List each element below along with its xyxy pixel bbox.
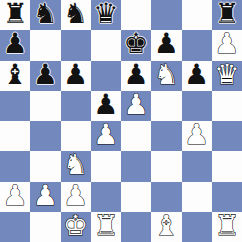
piece-black-knight[interactable]: ♞ <box>63 0 88 29</box>
square-h5[interactable] <box>212 91 242 121</box>
square-b4[interactable] <box>30 121 60 151</box>
square-f5[interactable] <box>151 91 181 121</box>
square-g1[interactable] <box>182 212 212 242</box>
piece-white-pawn[interactable]: ♟ <box>3 182 28 211</box>
square-b6[interactable]: ♟ <box>30 61 60 91</box>
square-b7[interactable] <box>30 30 60 60</box>
square-a1[interactable] <box>0 212 30 242</box>
piece-white-knight[interactable]: ♞ <box>63 151 88 180</box>
square-b1[interactable] <box>30 212 60 242</box>
square-h2[interactable] <box>212 182 242 212</box>
piece-black-king[interactable]: ♚ <box>124 30 149 59</box>
square-d2[interactable] <box>91 182 121 212</box>
square-e2[interactable] <box>121 182 151 212</box>
piece-black-knight[interactable]: ♞ <box>33 0 58 29</box>
square-e4[interactable] <box>121 121 151 151</box>
square-f1[interactable]: ♝ <box>151 212 181 242</box>
square-h7[interactable]: ♟ <box>212 30 242 60</box>
square-d3[interactable] <box>91 151 121 181</box>
square-c4[interactable] <box>61 121 91 151</box>
square-c5[interactable] <box>61 91 91 121</box>
square-g8[interactable] <box>182 0 212 30</box>
square-g3[interactable] <box>182 151 212 181</box>
piece-black-rook[interactable]: ♜ <box>3 0 28 29</box>
piece-black-pawn[interactable]: ♟ <box>154 30 179 59</box>
square-c8[interactable]: ♞ <box>61 0 91 30</box>
piece-white-queen[interactable]: ♛ <box>214 61 239 90</box>
square-f6[interactable]: ♞ <box>151 61 181 91</box>
piece-black-pawn[interactable]: ♟ <box>184 61 209 90</box>
square-g6[interactable]: ♟ <box>182 61 212 91</box>
piece-white-bishop[interactable]: ♝ <box>154 212 179 241</box>
square-a6[interactable]: ♝ <box>0 61 30 91</box>
square-g2[interactable] <box>182 182 212 212</box>
square-d8[interactable]: ♛ <box>91 0 121 30</box>
square-g4[interactable]: ♟ <box>182 121 212 151</box>
square-d7[interactable] <box>91 30 121 60</box>
piece-black-pawn[interactable]: ♟ <box>124 61 149 90</box>
piece-black-pawn[interactable]: ♟ <box>93 91 118 120</box>
square-f2[interactable] <box>151 182 181 212</box>
piece-white-knight[interactable]: ♞ <box>154 61 179 90</box>
square-d5[interactable]: ♟ <box>91 91 121 121</box>
square-e3[interactable] <box>121 151 151 181</box>
piece-white-king[interactable]: ♚ <box>63 212 88 241</box>
chess-board: ♜♞♞♛♜♟♚♟♟♝♟♟♟♞♟♛♟♟♟♟♞♟♟♟♚♜♝♜ <box>0 0 242 242</box>
square-a3[interactable] <box>0 151 30 181</box>
piece-black-bishop[interactable]: ♝ <box>3 61 28 90</box>
square-h1[interactable]: ♜ <box>212 212 242 242</box>
square-a8[interactable]: ♜ <box>0 0 30 30</box>
square-h8[interactable]: ♜ <box>212 0 242 30</box>
square-d1[interactable]: ♜ <box>91 212 121 242</box>
square-c2[interactable]: ♟ <box>61 182 91 212</box>
square-c3[interactable]: ♞ <box>61 151 91 181</box>
square-h6[interactable]: ♛ <box>212 61 242 91</box>
piece-black-rook[interactable]: ♜ <box>214 0 239 29</box>
square-g5[interactable] <box>182 91 212 121</box>
square-e5[interactable]: ♟ <box>121 91 151 121</box>
square-g7[interactable] <box>182 30 212 60</box>
piece-black-pawn[interactable]: ♟ <box>63 61 88 90</box>
square-a2[interactable]: ♟ <box>0 182 30 212</box>
piece-white-pawn[interactable]: ♟ <box>214 30 239 59</box>
square-a5[interactable] <box>0 91 30 121</box>
square-b3[interactable] <box>30 151 60 181</box>
square-e8[interactable] <box>121 0 151 30</box>
square-b5[interactable] <box>30 91 60 121</box>
square-f4[interactable] <box>151 121 181 151</box>
square-e6[interactable]: ♟ <box>121 61 151 91</box>
square-h3[interactable] <box>212 151 242 181</box>
square-c7[interactable] <box>61 30 91 60</box>
square-f3[interactable] <box>151 151 181 181</box>
square-a4[interactable] <box>0 121 30 151</box>
piece-black-queen[interactable]: ♛ <box>93 0 118 29</box>
square-c6[interactable]: ♟ <box>61 61 91 91</box>
piece-white-pawn[interactable]: ♟ <box>184 121 209 150</box>
square-b8[interactable]: ♞ <box>30 0 60 30</box>
square-b2[interactable]: ♟ <box>30 182 60 212</box>
piece-white-pawn[interactable]: ♟ <box>33 182 58 211</box>
square-h4[interactable] <box>212 121 242 151</box>
square-e1[interactable] <box>121 212 151 242</box>
piece-white-rook[interactable]: ♜ <box>93 212 118 241</box>
piece-white-rook[interactable]: ♜ <box>214 212 239 241</box>
square-c1[interactable]: ♚ <box>61 212 91 242</box>
square-d4[interactable]: ♟ <box>91 121 121 151</box>
piece-white-pawn[interactable]: ♟ <box>124 91 149 120</box>
piece-black-pawn[interactable]: ♟ <box>3 30 28 59</box>
square-e7[interactable]: ♚ <box>121 30 151 60</box>
piece-white-pawn[interactable]: ♟ <box>93 121 118 150</box>
piece-black-pawn[interactable]: ♟ <box>33 61 58 90</box>
square-f8[interactable] <box>151 0 181 30</box>
square-a7[interactable]: ♟ <box>0 30 30 60</box>
square-d6[interactable] <box>91 61 121 91</box>
chess-board-container: ♜♞♞♛♜♟♚♟♟♝♟♟♟♞♟♛♟♟♟♟♞♟♟♟♚♜♝♜ <box>0 0 242 242</box>
piece-white-pawn[interactable]: ♟ <box>63 182 88 211</box>
square-f7[interactable]: ♟ <box>151 30 181 60</box>
